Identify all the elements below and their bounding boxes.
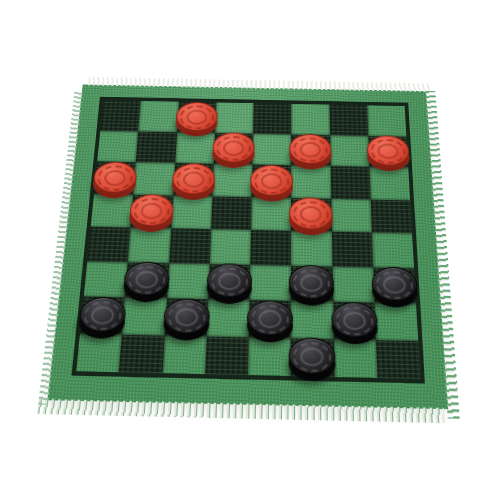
red-checker[interactable] [366,135,410,171]
square-r3c7[interactable] [330,166,370,199]
black-checker[interactable] [289,265,335,306]
square-r3c3[interactable] [173,163,214,196]
red-checker[interactable] [250,164,293,201]
square-r7c4 [207,299,250,337]
square-r2c8[interactable] [368,136,408,168]
checker-hub-ring [301,274,324,292]
square-r4c6[interactable] [291,198,331,232]
square-r7c6 [291,301,333,339]
square-r7c1[interactable] [80,297,125,335]
square-r4c5 [251,197,291,231]
square-r3c1[interactable] [94,161,136,194]
checker-hub-ring [300,142,321,158]
square-r1c7[interactable] [329,105,368,136]
rug-fringe-right [425,91,460,419]
square-r1c3[interactable] [177,102,216,133]
square-r2c5 [252,133,291,165]
red-checker[interactable] [129,194,175,233]
square-r8c6[interactable] [291,338,334,377]
square-r5c1[interactable] [87,227,130,262]
square-r4c8[interactable] [370,199,412,233]
square-r6c5 [250,264,292,300]
checker-hub-ring [261,173,283,189]
square-r6c1 [84,261,128,297]
red-checker[interactable] [212,132,255,168]
black-checker[interactable] [162,298,210,341]
square-r1c5[interactable] [253,103,291,134]
square-r2c4[interactable] [214,133,254,165]
square-r6c3 [167,263,210,299]
square-r8c2[interactable] [119,334,164,373]
square-r1c1[interactable] [100,100,141,131]
square-r7c7[interactable] [333,302,376,340]
square-r7c8 [374,303,418,341]
checker-hub-ring [259,309,282,328]
square-r5c3[interactable] [169,228,211,263]
black-checker[interactable] [289,337,336,381]
square-r4c7 [331,198,372,232]
square-r6c4[interactable] [208,264,250,300]
board-border-frame [71,97,424,384]
square-r6c2[interactable] [125,262,169,298]
square-r5c2 [128,228,171,263]
square-r5c8 [372,233,414,268]
square-r3c4 [212,164,252,197]
square-r8c5 [248,337,291,376]
black-checker[interactable] [371,266,418,307]
square-r3c2 [133,162,174,195]
square-r2c2[interactable] [136,131,177,163]
square-r3c8 [369,167,410,200]
checker-hub-ring [342,311,365,330]
square-r6c7 [332,266,374,303]
black-checker[interactable] [78,296,127,339]
black-checker[interactable] [331,301,378,344]
square-r8c7 [333,339,377,378]
square-r8c3 [162,335,207,374]
square-r4c2[interactable] [131,194,173,228]
square-r3c5[interactable] [252,165,292,198]
square-r6c8[interactable] [373,267,416,304]
square-r1c6 [291,104,329,135]
square-r2c3 [175,132,215,164]
checker-hub-ring [377,143,399,159]
square-r8c8[interactable] [376,340,421,379]
square-r8c4[interactable] [205,336,249,375]
square-r4c4[interactable] [211,196,252,230]
rug-fringe-top [88,77,430,92]
product-photo-canvas [0,0,500,500]
square-r4c1 [91,194,134,228]
square-r1c4 [215,102,254,133]
square-r7c3[interactable] [164,298,208,336]
square-r7c2 [122,297,166,335]
red-checker[interactable] [92,161,138,198]
checkers-rug-mat [47,84,448,409]
black-checker[interactable] [123,261,171,302]
square-r2c7 [330,135,370,167]
square-r8c1 [76,333,122,372]
square-r2c6[interactable] [291,134,330,166]
checker-hub-ring [300,206,322,223]
red-checker[interactable] [290,134,333,170]
square-r2c1 [97,130,138,162]
checkers-board [76,100,420,379]
square-r5c4 [210,229,252,264]
checker-hub-ring [301,347,324,366]
square-r3c6 [291,165,331,198]
square-r1c8 [367,105,407,136]
square-r6c6[interactable] [291,265,333,302]
square-r5c7[interactable] [331,232,373,267]
red-checker[interactable] [171,163,216,200]
black-checker[interactable] [247,300,293,343]
checker-hub-ring [383,276,406,294]
black-checker[interactable] [206,263,252,304]
square-r4c3 [171,195,212,229]
square-r7c5[interactable] [249,300,291,338]
square-r5c5[interactable] [250,230,291,265]
square-r5c6 [291,231,332,266]
red-checker[interactable] [289,197,333,236]
rug-fringe-bottom [37,399,445,423]
square-r1c2 [138,101,178,132]
